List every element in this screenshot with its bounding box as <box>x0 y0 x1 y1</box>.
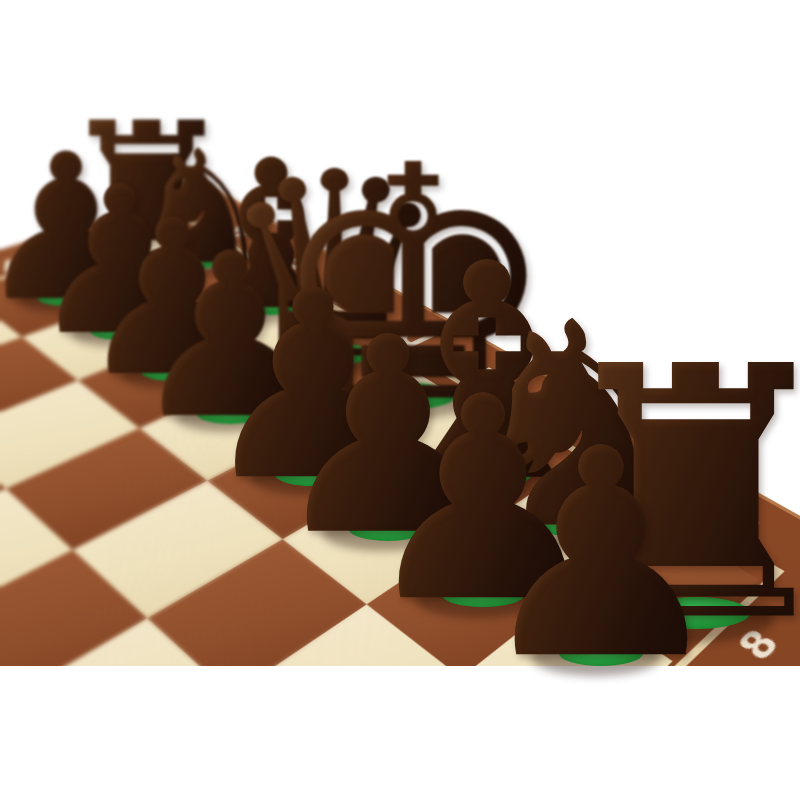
piece-glyph: ♟ <box>472 411 730 699</box>
product-photo-scene: AABBCCDDEEFFGGHH1122334455667788 ♜♞♝♛♚♝♞… <box>0 0 800 800</box>
